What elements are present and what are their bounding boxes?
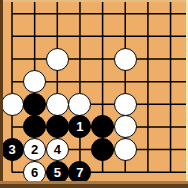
frame-border-right <box>186 0 188 188</box>
black-stone-3[interactable]: 3 <box>1 138 24 161</box>
move-number-label: 7 <box>76 166 83 179</box>
black-stone[interactable] <box>23 93 46 116</box>
frame-border-top <box>0 0 188 2</box>
move-number-label: 3 <box>8 143 15 156</box>
frame-border-left <box>0 0 3 188</box>
white-stone-4[interactable]: 4 <box>46 138 69 161</box>
move-number-label: 6 <box>31 166 38 179</box>
go-diagram: 1324657 <box>0 0 188 188</box>
move-number-label: 4 <box>54 143 61 156</box>
white-stone[interactable] <box>1 93 24 116</box>
move-number-label: 2 <box>31 143 38 156</box>
frame-border-bottom <box>0 181 188 188</box>
move-number-label: 5 <box>54 166 61 179</box>
go-board[interactable]: 1324657 <box>0 0 188 188</box>
white-stone[interactable] <box>46 48 69 71</box>
white-stone[interactable] <box>114 48 137 71</box>
white-stone[interactable] <box>114 138 137 161</box>
white-stone[interactable] <box>114 93 137 116</box>
white-stone[interactable] <box>46 93 69 116</box>
move-number-label: 1 <box>76 120 83 133</box>
